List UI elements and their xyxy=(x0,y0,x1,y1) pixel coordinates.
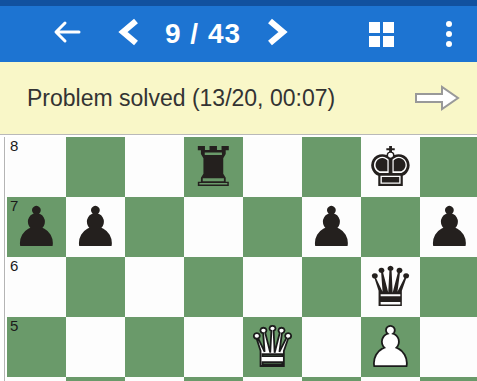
square-h5[interactable] xyxy=(420,317,477,377)
square-b7[interactable]: ♟ xyxy=(66,197,125,257)
square-h6[interactable] xyxy=(420,257,477,317)
next-problem-button[interactable] xyxy=(257,14,297,54)
square-c6[interactable] xyxy=(125,257,184,317)
prev-problem-button[interactable] xyxy=(109,14,149,54)
app-bar: 9 / 43 xyxy=(0,0,477,62)
square-a6[interactable]: 6 xyxy=(7,257,66,317)
board-container: 8♜♚7♟♟♟♟6♛5♛♟4 xyxy=(4,137,477,381)
square-c8[interactable] xyxy=(125,137,184,197)
square-e6[interactable] xyxy=(243,257,302,317)
black-pawn: ♟ xyxy=(307,197,356,257)
square-b8[interactable] xyxy=(66,137,125,197)
square-g4[interactable] xyxy=(361,377,420,381)
square-g5[interactable]: ♟ xyxy=(361,317,420,377)
white-queen: ♛ xyxy=(248,317,297,377)
square-a7[interactable]: 7♟ xyxy=(7,197,66,257)
overflow-menu-button[interactable] xyxy=(429,14,469,54)
square-a5[interactable]: 5 xyxy=(7,317,66,377)
rank-label-5: 5 xyxy=(10,317,18,334)
square-b4[interactable] xyxy=(66,377,125,381)
back-button[interactable] xyxy=(43,10,91,58)
square-c5[interactable] xyxy=(125,317,184,377)
square-f8[interactable] xyxy=(302,137,361,197)
square-d8[interactable]: ♜ xyxy=(184,137,243,197)
square-b6[interactable] xyxy=(66,257,125,317)
rank-label-4: 4 xyxy=(10,377,18,381)
square-a4[interactable]: 4 xyxy=(7,377,66,381)
square-c7[interactable] xyxy=(125,197,184,257)
kebab-menu-icon xyxy=(446,21,452,47)
square-g7[interactable] xyxy=(361,197,420,257)
chess-board: 8♜♚7♟♟♟♟6♛5♛♟4 xyxy=(7,137,477,381)
black-king: ♚ xyxy=(366,137,415,197)
square-d4[interactable] xyxy=(184,377,243,381)
square-a8[interactable]: 8 xyxy=(7,137,66,197)
square-f7[interactable]: ♟ xyxy=(302,197,361,257)
status-text: Problem solved (13/20, 00:07) xyxy=(27,85,335,112)
square-e7[interactable] xyxy=(243,197,302,257)
problem-list-button[interactable] xyxy=(361,14,401,54)
rank-label-8: 8 xyxy=(10,137,18,154)
problem-counter: 9 / 43 xyxy=(155,18,251,50)
square-d5[interactable] xyxy=(184,317,243,377)
rank-label-6: 6 xyxy=(10,257,18,274)
black-pawn: ♟ xyxy=(71,197,120,257)
square-g8[interactable]: ♚ xyxy=(361,137,420,197)
black-pawn: ♟ xyxy=(425,197,474,257)
status-banner: Problem solved (13/20, 00:07) xyxy=(0,62,477,135)
square-e5[interactable]: ♛ xyxy=(243,317,302,377)
chevron-left-icon xyxy=(117,18,141,50)
white-pawn: ♟ xyxy=(366,317,415,377)
back-arrow-icon xyxy=(51,18,83,50)
square-d7[interactable] xyxy=(184,197,243,257)
next-arrow-button[interactable] xyxy=(413,84,461,112)
rank-label-7: 7 xyxy=(10,197,18,214)
chevron-right-icon xyxy=(265,18,289,50)
black-rook: ♜ xyxy=(189,137,238,197)
square-f6[interactable] xyxy=(302,257,361,317)
square-b5[interactable] xyxy=(66,317,125,377)
next-arrow-icon xyxy=(413,84,461,112)
square-f5[interactable] xyxy=(302,317,361,377)
square-c4[interactable] xyxy=(125,377,184,381)
square-h4[interactable] xyxy=(420,377,477,381)
black-queen: ♛ xyxy=(366,257,415,317)
grid-icon xyxy=(369,22,394,47)
square-h8[interactable] xyxy=(420,137,477,197)
square-e4[interactable] xyxy=(243,377,302,381)
square-g6[interactable]: ♛ xyxy=(361,257,420,317)
square-d6[interactable] xyxy=(184,257,243,317)
square-h7[interactable]: ♟ xyxy=(420,197,477,257)
black-pawn: ♟ xyxy=(12,197,61,257)
square-f4[interactable] xyxy=(302,377,361,381)
square-e8[interactable] xyxy=(243,137,302,197)
